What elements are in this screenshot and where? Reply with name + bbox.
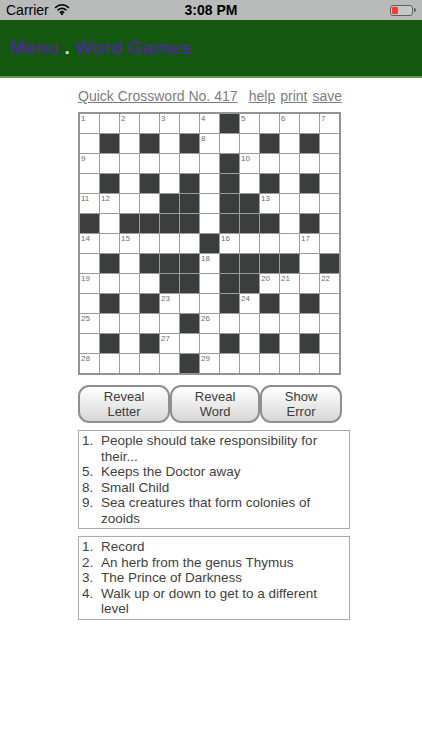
clue-number: 6 (281, 114, 285, 123)
clue-number: 26 (201, 314, 210, 323)
crossword-cell-r3c4[interactable] (140, 154, 159, 173)
crossword-cell-r1c3[interactable]: 2 (120, 114, 139, 133)
crossword-cell-r1c1[interactable]: 1 (80, 114, 99, 133)
menu-link[interactable]: Menu (10, 37, 60, 59)
reveal-word-button[interactable]: Reveal Word (170, 385, 260, 423)
crossword-cell-r11c4[interactable] (140, 314, 159, 333)
crossword-cell-r13c9[interactable] (240, 354, 259, 373)
crossword-cell-r9c10[interactable]: 20 (260, 274, 279, 293)
clue-number: 23 (161, 294, 170, 303)
crossword-cell-r7c2[interactable] (100, 234, 119, 253)
crossword-cell-r5c1[interactable]: 11 (80, 194, 99, 213)
crossword-cell-r6c8 (220, 214, 239, 233)
crossword-cell-r2c12 (300, 134, 319, 153)
crossword-cell-r1c12[interactable] (300, 114, 319, 133)
crossword-cell-r4c1[interactable] (80, 174, 99, 193)
crossword-grid: 1234567891011121314151617181920212223242… (78, 112, 341, 375)
wifi-icon (54, 2, 70, 18)
crossword-cell-r7c4[interactable] (140, 234, 159, 253)
crossword-cell-r10c10 (260, 294, 279, 313)
crossword-cell-r1c6[interactable] (180, 114, 199, 133)
crossword-cell-r9c5 (160, 274, 179, 293)
crossword-cell-r8c10 (260, 254, 279, 273)
clue-item-number: 2. (82, 555, 101, 571)
clue-number: 24 (241, 294, 250, 303)
down-clues-box: 1.Record2.An herb from the genus Thymus3… (78, 536, 350, 620)
crossword-cell-r7c7 (200, 234, 219, 253)
crossword-cell-r5c4[interactable] (140, 194, 159, 213)
crossword-cell-r8c7[interactable]: 18 (200, 254, 219, 273)
crossword-cell-r2c3[interactable] (120, 134, 139, 153)
crossword-cell-r11c11[interactable] (280, 314, 299, 333)
crossword-cell-r11c6 (180, 314, 199, 333)
crossword-cell-r6c13[interactable] (320, 214, 339, 233)
content-area: Quick Crossword No. 417 help print save … (78, 78, 346, 620)
crossword-cell-r3c9[interactable]: 10 (240, 154, 259, 173)
crossword-cell-r1c10[interactable] (260, 114, 279, 133)
crossword-cell-r11c7[interactable]: 26 (200, 314, 219, 333)
crossword-cell-r1c11[interactable]: 6 (280, 114, 299, 133)
crossword-cell-r9c6 (180, 274, 199, 293)
crossword-cell-r13c11[interactable] (280, 354, 299, 373)
crossword-cell-r12c3[interactable] (120, 334, 139, 353)
clue-number: 17 (301, 234, 310, 243)
crossword-cell-r10c7[interactable] (200, 294, 219, 313)
crossword-cell-r6c11[interactable] (280, 214, 299, 233)
crossword-cell-r13c2[interactable] (100, 354, 119, 373)
crossword-cell-r4c10 (260, 174, 279, 193)
crossword-cell-r7c8[interactable]: 16 (220, 234, 239, 253)
crossword-cell-r6c12 (300, 214, 319, 233)
crossword-cell-r12c4 (140, 334, 159, 353)
crossword-cell-r12c2 (100, 334, 119, 353)
clue-item-text: Sea creatures that form colonies of zooi… (101, 495, 346, 526)
clue-item: 8.Small Child (82, 480, 346, 496)
crossword-cell-r6c10 (260, 214, 279, 233)
crossword-cell-r2c5[interactable] (160, 134, 179, 153)
show-error-button[interactable]: Show Error (260, 385, 342, 423)
clue-number: 22 (321, 274, 330, 283)
crossword-cell-r4c7[interactable] (200, 174, 219, 193)
crossword-cell-r4c9[interactable] (240, 174, 259, 193)
crossword-cell-r4c6 (180, 174, 199, 193)
crossword-cell-r2c13[interactable] (320, 134, 339, 153)
crossword-cell-r1c9[interactable]: 5 (240, 114, 259, 133)
clue-item-text: People should take responsibility for th… (101, 433, 346, 464)
clue-item: 1.Record (82, 539, 346, 555)
crossword-cell-r10c4 (140, 294, 159, 313)
crossword-cell-r13c8[interactable] (220, 354, 239, 373)
crossword-cell-r1c2[interactable] (100, 114, 119, 133)
clue-number: 3 (161, 114, 165, 123)
crossword-cell-r5c10[interactable]: 13 (260, 194, 279, 213)
title-row: Quick Crossword No. 417 help print save (78, 88, 342, 104)
crossword-cell-r10c2 (100, 294, 119, 313)
crossword-cell-r8c3[interactable] (120, 254, 139, 273)
crossword-cell-r8c12[interactable] (300, 254, 319, 273)
clue-item: 2.An herb from the genus Thymus (82, 555, 346, 571)
crossword-cell-r6c2[interactable] (100, 214, 119, 233)
word-games-link[interactable]: Word Games (75, 37, 192, 59)
clue-number: 11 (81, 194, 89, 203)
clue-number: 25 (81, 314, 90, 323)
crossword-cell-r2c11[interactable] (280, 134, 299, 153)
crossword-cell-r9c12[interactable] (300, 274, 319, 293)
crossword-cell-r11c10[interactable] (260, 314, 279, 333)
crossword-cell-r10c13[interactable] (320, 294, 339, 313)
clue-item-text: The Prince of Darkness (101, 570, 242, 586)
crossword-cell-r12c11[interactable] (280, 334, 299, 353)
crossword-cell-r2c4 (140, 134, 159, 153)
crossword-cell-r11c8[interactable] (220, 314, 239, 333)
crossword-cell-r7c9[interactable] (240, 234, 259, 253)
crossword-cell-r5c9 (240, 194, 259, 213)
crossword-cell-r4c5[interactable] (160, 174, 179, 193)
crossword-cell-r7c6[interactable] (180, 234, 199, 253)
crossword-cell-r3c1[interactable]: 9 (80, 154, 99, 173)
crossword-cell-r13c7[interactable]: 29 (200, 354, 219, 373)
crossword-cell-r6c3 (120, 214, 139, 233)
crossword-cell-r6c6 (180, 214, 199, 233)
crossword-cell-r10c6[interactable] (180, 294, 199, 313)
header-separator: . (65, 37, 70, 59)
crossword-cell-r9c4[interactable] (140, 274, 159, 293)
crossword-cell-r1c8 (220, 114, 239, 133)
carrier-label: Carrier (6, 2, 49, 18)
crossword-cell-r10c9[interactable]: 24 (240, 294, 259, 313)
crossword-cell-r5c3[interactable] (120, 194, 139, 213)
print-link[interactable]: print (280, 88, 307, 104)
clue-number: 15 (121, 234, 130, 243)
crossword-cell-r2c10 (260, 134, 279, 153)
crossword-cell-r8c9 (240, 254, 259, 273)
clue-number: 1 (81, 114, 85, 123)
clue-item-number: 8. (82, 480, 101, 496)
clue-number: 8 (201, 134, 205, 143)
clue-number: 4 (201, 114, 205, 123)
crossword-cell-r4c8 (220, 174, 239, 193)
clue-item-text: An herb from the genus Thymus (101, 555, 294, 571)
crossword-cell-r3c12[interactable] (300, 154, 319, 173)
crossword-cell-r8c4 (140, 254, 159, 273)
crossword-cell-r2c9[interactable] (240, 134, 259, 153)
crossword-cell-r4c3[interactable] (120, 174, 139, 193)
crossword-cell-r4c12 (300, 174, 319, 193)
crossword-cell-r3c10[interactable] (260, 154, 279, 173)
crossword-cell-r5c7[interactable] (200, 194, 219, 213)
crossword-cell-r9c8 (220, 274, 239, 293)
crossword-cell-r3c8 (220, 154, 239, 173)
crossword-cell-r8c5 (160, 254, 179, 273)
clue-number: 28 (81, 354, 90, 363)
crossword-cell-r3c13[interactable] (320, 154, 339, 173)
crossword-cell-r12c8 (220, 334, 239, 353)
crossword-cell-r12c7[interactable] (200, 334, 219, 353)
clue-item-number: 3. (82, 570, 101, 586)
crossword-cell-r6c1 (80, 214, 99, 233)
clue-number: 18 (201, 254, 210, 263)
crossword-cell-r10c1[interactable] (80, 294, 99, 313)
clue-item-text: Keeps the Doctor away (101, 464, 241, 480)
crossword-cell-r9c1[interactable]: 19 (80, 274, 99, 293)
clue-item: 5.Keeps the Doctor away (82, 464, 346, 480)
crossword-cell-r2c7[interactable]: 8 (200, 134, 219, 153)
clue-number: 16 (221, 234, 230, 243)
crossword-cell-r13c13[interactable] (320, 354, 339, 373)
clue-number: 12 (101, 194, 110, 203)
crossword-cell-r7c10[interactable] (260, 234, 279, 253)
crossword-cell-r4c4 (140, 174, 159, 193)
clue-number: 20 (261, 274, 270, 283)
crossword-cell-r11c3[interactable] (120, 314, 139, 333)
crossword-cell-r5c8 (220, 194, 239, 213)
crossword-cell-r2c1[interactable] (80, 134, 99, 153)
crossword-cell-r9c13[interactable]: 22 (320, 274, 339, 293)
crossword-cell-r8c11 (280, 254, 299, 273)
crossword-cell-r11c2[interactable] (100, 314, 119, 333)
toolbar-links: help print save (249, 88, 342, 104)
clue-item-number: 9. (82, 495, 101, 526)
clue-item: 9.Sea creatures that form colonies of zo… (82, 495, 346, 526)
crossword-cell-r3c5[interactable] (160, 154, 179, 173)
crossword-cell-r4c11[interactable] (280, 174, 299, 193)
crossword-cell-r4c2 (100, 174, 119, 193)
crossword-cell-r7c12[interactable]: 17 (300, 234, 319, 253)
clue-item-number: 4. (82, 586, 101, 617)
crossword-cell-r9c11[interactable]: 21 (280, 274, 299, 293)
crossword-cell-r10c12 (300, 294, 319, 313)
crossword-cell-r12c9[interactable] (240, 334, 259, 353)
reveal-letter-button[interactable]: Reveal Letter (78, 385, 170, 423)
crossword-cell-r7c5[interactable] (160, 234, 179, 253)
crossword-cell-r5c6 (180, 194, 199, 213)
crossword-cell-r4c13[interactable] (320, 174, 339, 193)
battery-icon (390, 5, 416, 16)
clue-number: 13 (261, 194, 270, 203)
button-row: Reveal Letter Reveal Word Show Error (78, 385, 342, 423)
clue-item-text: Small Child (101, 480, 169, 496)
clue-item-text: Walk up or down to get to a different le… (101, 586, 346, 617)
crossword-cell-r10c3[interactable] (120, 294, 139, 313)
crossword-cell-r6c9 (240, 214, 259, 233)
crossword-cell-r1c4[interactable] (140, 114, 159, 133)
clue-number: 7 (321, 114, 325, 123)
clue-item-number: 5. (82, 464, 101, 480)
puzzle-title-link[interactable]: Quick Crossword No. 417 (78, 88, 238, 104)
crossword-cell-r1c7[interactable]: 4 (200, 114, 219, 133)
crossword-cell-r1c5[interactable]: 3 (160, 114, 179, 133)
clue-item-text: Record (101, 539, 145, 555)
crossword-cell-r13c3[interactable] (120, 354, 139, 373)
crossword-cell-r11c5[interactable] (160, 314, 179, 333)
crossword-cell-r10c5[interactable]: 23 (160, 294, 179, 313)
crossword-cell-r7c13[interactable] (320, 234, 339, 253)
clue-number: 2 (121, 114, 125, 123)
crossword-cell-r12c5[interactable]: 27 (160, 334, 179, 353)
crossword-cell-r11c1[interactable]: 25 (80, 314, 99, 333)
crossword-cell-r3c2[interactable] (100, 154, 119, 173)
crossword-cell-r7c3[interactable]: 15 (120, 234, 139, 253)
crossword-cell-r8c6 (180, 254, 199, 273)
crossword-cell-r8c13 (320, 254, 339, 273)
crossword-cell-r13c4[interactable] (140, 354, 159, 373)
crossword-cell-r13c1[interactable]: 28 (80, 354, 99, 373)
crossword-cell-r6c4 (140, 214, 159, 233)
crossword-cell-r12c13[interactable] (320, 334, 339, 353)
crossword-cell-r3c7[interactable] (200, 154, 219, 173)
crossword-cell-r12c10 (260, 334, 279, 353)
crossword-cell-r1c13[interactable]: 7 (320, 114, 339, 133)
crossword-cell-r12c6[interactable] (180, 334, 199, 353)
clue-number: 29 (201, 354, 210, 363)
clue-number: 21 (281, 274, 290, 283)
save-link[interactable]: save (312, 88, 342, 104)
crossword-cell-r3c3[interactable] (120, 154, 139, 173)
app-header: Menu . Word Games (0, 20, 422, 78)
clue-number: 19 (81, 274, 90, 283)
crossword-cell-r10c8 (220, 294, 239, 313)
crossword-cell-r6c5 (160, 214, 179, 233)
clue-item-number: 1. (82, 433, 101, 464)
crossword-cell-r2c8[interactable] (220, 134, 239, 153)
clue-number: 9 (81, 154, 85, 163)
crossword-cell-r12c1[interactable] (80, 334, 99, 353)
crossword-cell-r9c7[interactable] (200, 274, 219, 293)
crossword-cell-r8c8 (220, 254, 239, 273)
crossword-cell-r5c2[interactable]: 12 (100, 194, 119, 213)
crossword-cell-r13c6 (180, 354, 199, 373)
crossword-cell-r5c5 (160, 194, 179, 213)
crossword-cell-r13c10[interactable] (260, 354, 279, 373)
crossword-cell-r8c2 (100, 254, 119, 273)
crossword-cell-r11c9[interactable] (240, 314, 259, 333)
clue-number: 10 (241, 154, 250, 163)
crossword-cell-r13c5[interactable] (160, 354, 179, 373)
clue-number: 14 (81, 234, 90, 243)
crossword-cell-r10c11[interactable] (280, 294, 299, 313)
clue-item: 4.Walk up or down to get to a different … (82, 586, 346, 617)
crossword-cell-r2c2 (100, 134, 119, 153)
crossword-cell-r7c1[interactable]: 14 (80, 234, 99, 253)
crossword-cell-r2c6 (180, 134, 199, 153)
crossword-cell-r11c13[interactable] (320, 314, 339, 333)
crossword-cell-r12c12 (300, 334, 319, 353)
crossword-cell-r5c13[interactable] (320, 194, 339, 213)
across-clues-box: 1.People should take responsibility for … (78, 430, 350, 529)
crossword-cell-r6c7[interactable] (200, 214, 219, 233)
crossword-cell-r5c11[interactable] (280, 194, 299, 213)
clue-number: 5 (241, 114, 245, 123)
clue-number: 27 (161, 334, 170, 343)
crossword-cell-r7c11[interactable] (280, 234, 299, 253)
clue-item: 3.The Prince of Darkness (82, 570, 346, 586)
clue-item-number: 1. (82, 539, 101, 555)
crossword-cell-r9c9 (240, 274, 259, 293)
crossword-cell-r5c12[interactable] (300, 194, 319, 213)
crossword-cell-r9c2[interactable] (100, 274, 119, 293)
crossword-cell-r8c1[interactable] (80, 254, 99, 273)
help-link[interactable]: help (249, 88, 275, 104)
crossword-cell-r3c11[interactable] (280, 154, 299, 173)
status-bar: Carrier 3:08 PM (0, 0, 422, 20)
clue-item: 1.People should take responsibility for … (82, 433, 346, 464)
crossword-cell-r9c3[interactable] (120, 274, 139, 293)
crossword-cell-r13c12[interactable] (300, 354, 319, 373)
crossword-cell-r11c12[interactable] (300, 314, 319, 333)
crossword-cell-r3c6[interactable] (180, 154, 199, 173)
